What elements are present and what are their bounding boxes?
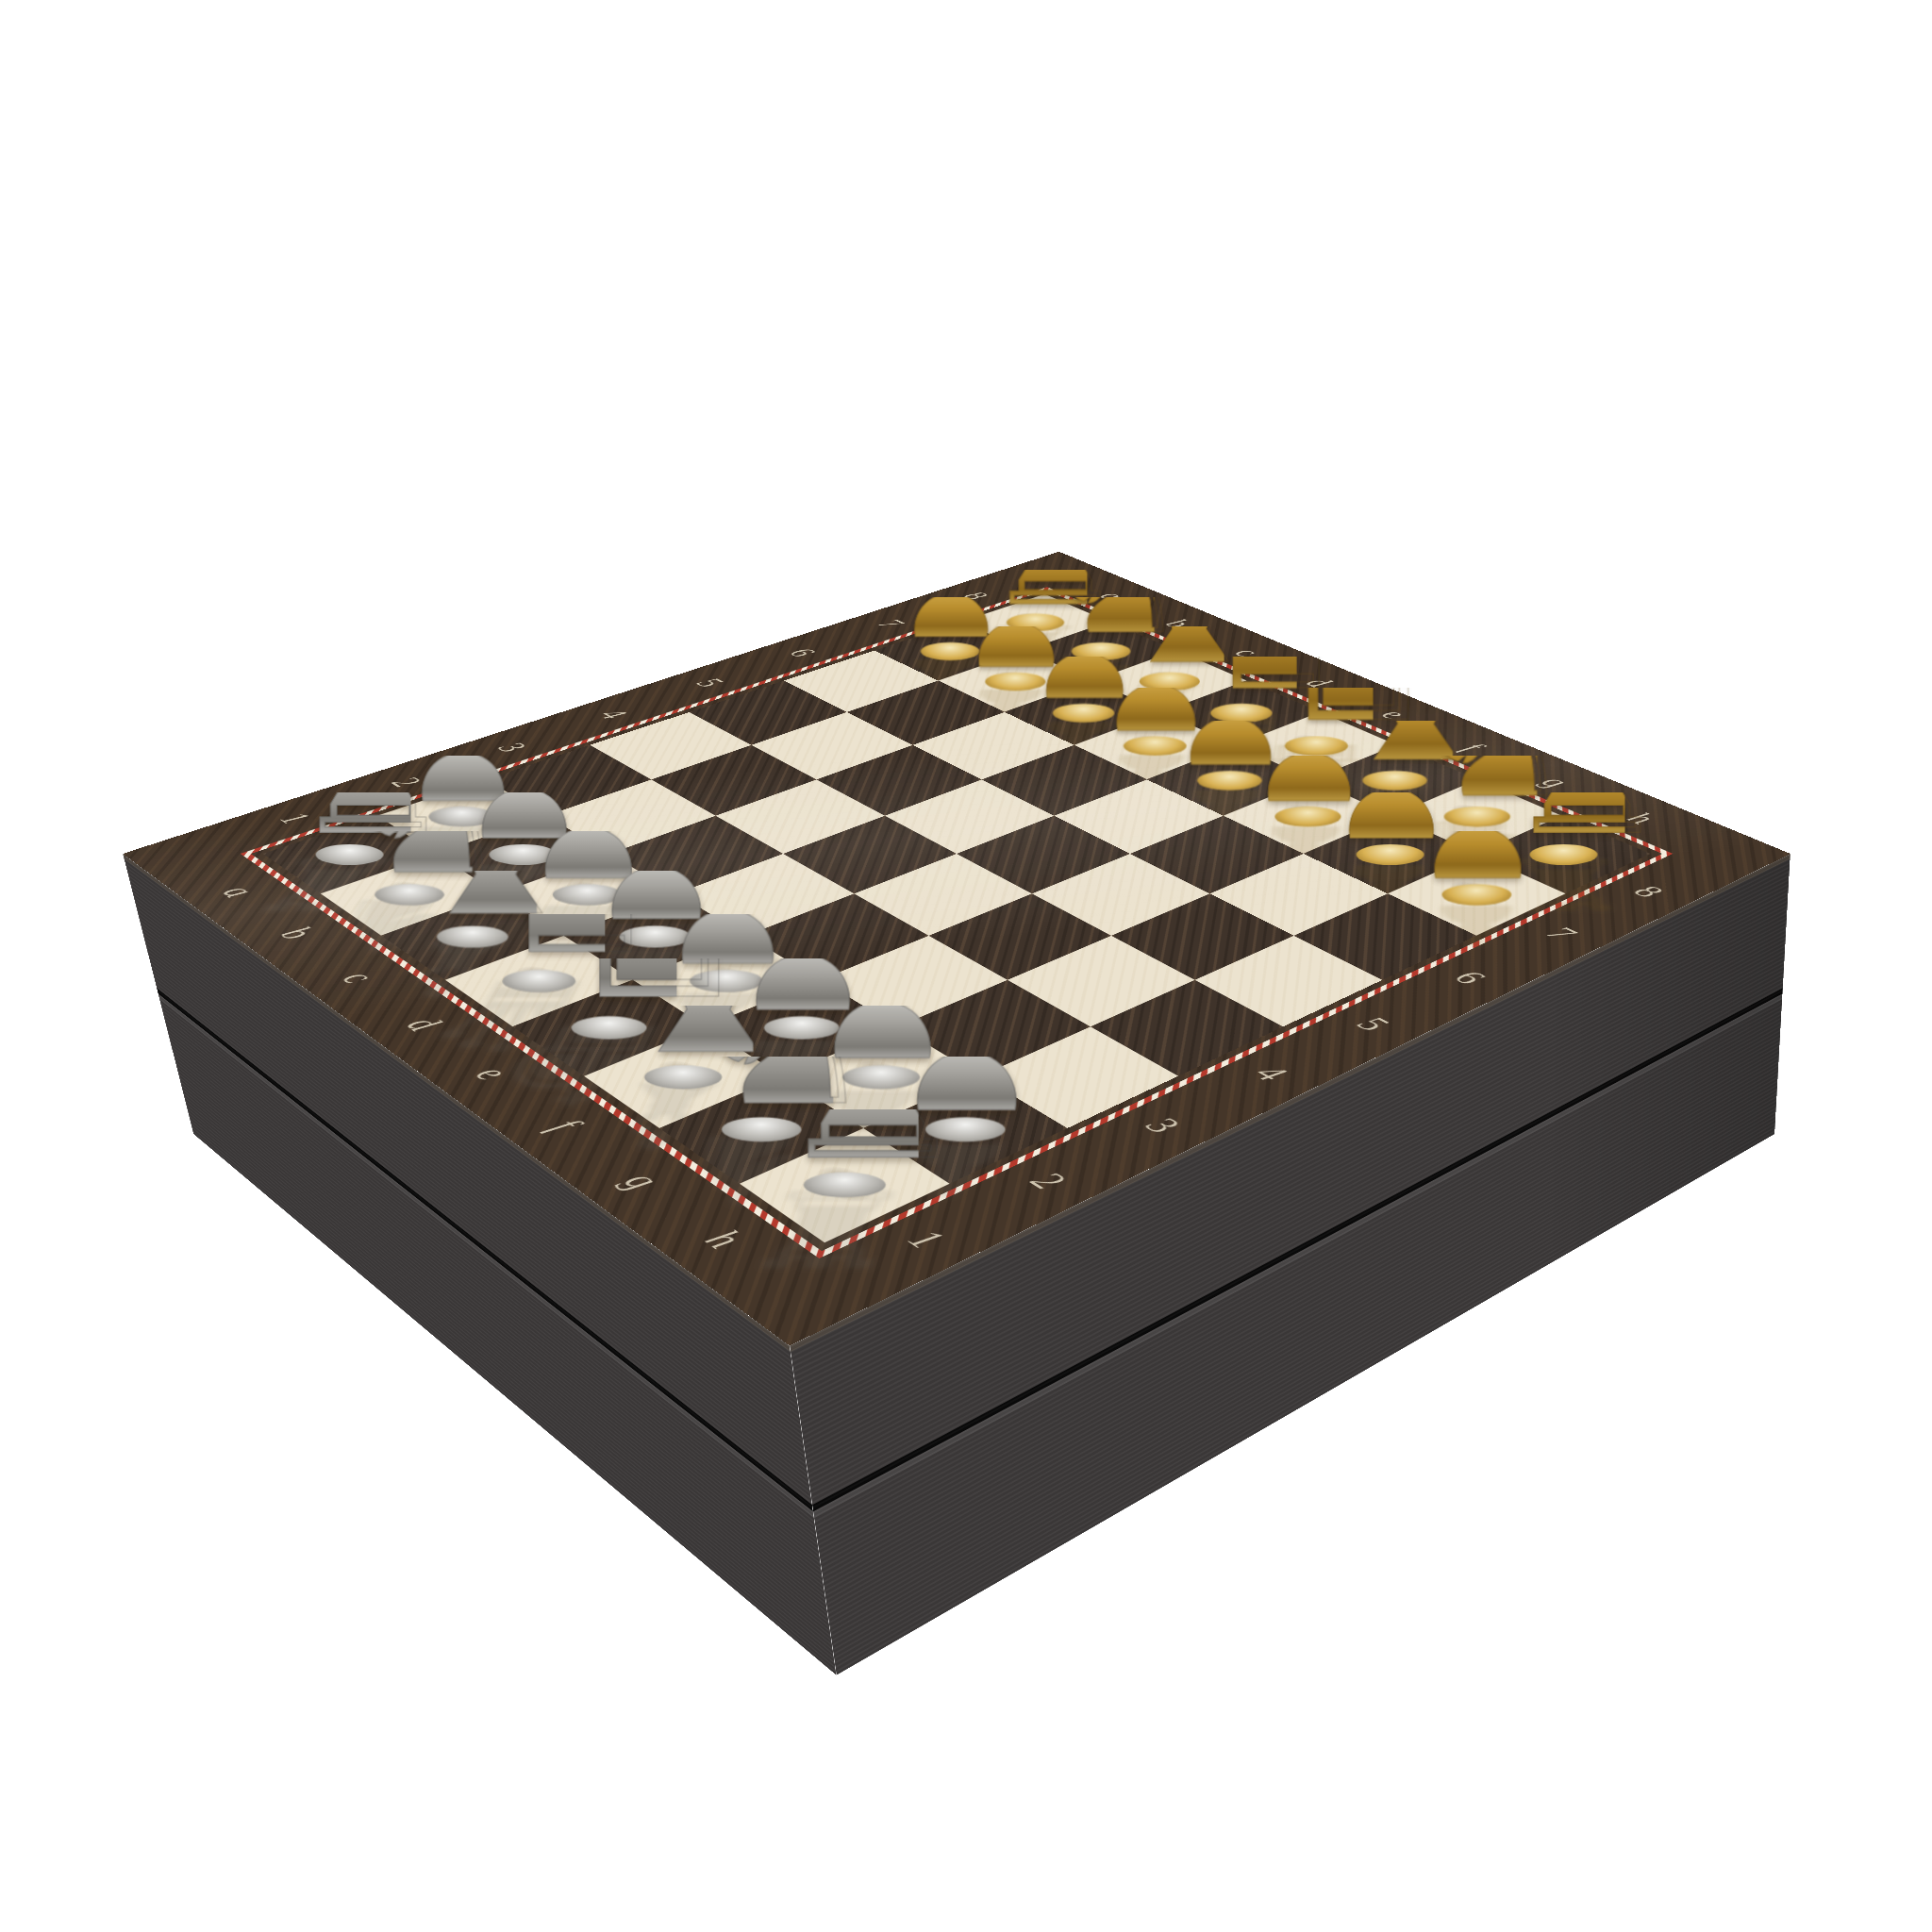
scene: abcdefgh abcdefgh 87654321 87654321 ♜♜♞♞… [0,0,1932,1932]
chess-board: abcdefgh abcdefgh 87654321 87654321 ♜♜♞♞… [123,552,1790,1346]
rook-icon: ♜ [771,974,919,1184]
pawn-icon: ♟ [1414,762,1540,894]
piece-reflection: ♜ [738,1186,918,1271]
